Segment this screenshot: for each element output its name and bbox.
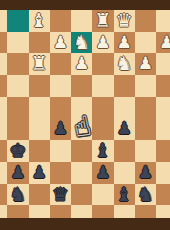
square[interactable] [50, 205, 71, 218]
last-move-highlight-square[interactable]: ♞ [71, 32, 92, 54]
square[interactable]: ♟ [156, 32, 170, 54]
square[interactable] [0, 162, 7, 184]
square[interactable] [7, 32, 28, 54]
black-pawn[interactable]: ♟ [114, 118, 135, 140]
square[interactable] [7, 75, 28, 97]
chess-app-window: ♝♜♛♟♞♟♟♟♜♟♞♟♟♟♟♟♚♝♟♟♟♟♟♟♞♛♝♞♟ ☝ [0, 0, 170, 230]
square[interactable] [0, 97, 7, 119]
black-pawn[interactable]: ♟ [135, 162, 156, 184]
white-pawn[interactable]: ♟ [156, 32, 170, 54]
square[interactable] [50, 97, 71, 119]
white-bishop[interactable]: ♝ [29, 10, 50, 32]
square[interactable]: ♟ [156, 184, 170, 206]
square[interactable]: ♝ [114, 184, 135, 206]
square[interactable] [156, 118, 170, 140]
white-knight[interactable]: ♞ [71, 32, 92, 54]
square[interactable]: ♟ [135, 53, 156, 75]
square[interactable]: ♟ [114, 32, 135, 54]
black-pawn[interactable]: ♟ [29, 162, 50, 184]
square[interactable] [0, 75, 7, 97]
square[interactable]: ♛ [114, 10, 135, 32]
square[interactable] [50, 75, 71, 97]
white-pawn[interactable]: ♟ [114, 32, 135, 54]
black-knight[interactable]: ♞ [7, 184, 28, 206]
square[interactable]: ♞ [135, 184, 156, 206]
square[interactable] [114, 162, 135, 184]
black-king[interactable]: ♚ [7, 140, 28, 162]
white-pawn[interactable]: ♟ [50, 32, 71, 54]
white-rook[interactable]: ♜ [29, 53, 50, 75]
white-pawn[interactable]: ♟ [135, 53, 156, 75]
square[interactable] [71, 75, 92, 97]
square[interactable] [92, 118, 113, 140]
square[interactable] [50, 10, 71, 32]
square[interactable] [156, 53, 170, 75]
square[interactable]: ♟ [71, 53, 92, 75]
black-bishop[interactable]: ♝ [114, 184, 135, 206]
square[interactable]: ♟ [29, 162, 50, 184]
square[interactable] [135, 205, 156, 218]
square[interactable] [7, 97, 28, 119]
square[interactable]: ♟ [0, 118, 7, 140]
square[interactable] [92, 97, 113, 119]
square[interactable] [29, 32, 50, 54]
square[interactable] [50, 140, 71, 162]
square[interactable]: ♟ [135, 162, 156, 184]
square[interactable] [135, 75, 156, 97]
square[interactable] [71, 205, 92, 218]
square[interactable] [92, 205, 113, 218]
square[interactable]: ♝ [92, 140, 113, 162]
square[interactable] [92, 53, 113, 75]
square[interactable] [71, 162, 92, 184]
top-bar [0, 0, 170, 10]
square[interactable] [114, 97, 135, 119]
square[interactable] [156, 205, 170, 218]
square[interactable]: ♟ [0, 140, 7, 162]
square[interactable] [71, 140, 92, 162]
square[interactable]: ♟ [0, 184, 7, 206]
cut-off-piece: ♟ [169, 162, 170, 184]
white-rook[interactable]: ♜ [92, 10, 113, 32]
square[interactable] [135, 32, 156, 54]
square[interactable] [71, 10, 92, 32]
square[interactable]: ♟ [92, 32, 113, 54]
square[interactable] [29, 118, 50, 140]
cut-off-piece: ♟ [169, 184, 170, 206]
square[interactable]: ♜ [92, 10, 113, 32]
bottom-bar [0, 218, 170, 230]
square[interactable] [156, 140, 170, 162]
square[interactable]: ♟ [50, 118, 71, 140]
square[interactable]: ♟ [114, 118, 135, 140]
square[interactable] [92, 75, 113, 97]
square[interactable]: ♚ [7, 140, 28, 162]
black-bishop[interactable]: ♝ [92, 140, 113, 162]
square[interactable] [156, 75, 170, 97]
square[interactable] [0, 53, 7, 75]
square[interactable] [114, 140, 135, 162]
black-pawn[interactable]: ♟ [92, 162, 113, 184]
square[interactable] [7, 205, 28, 218]
square[interactable]: ♜ [29, 53, 50, 75]
square[interactable] [92, 184, 113, 206]
white-pawn[interactable]: ♟ [92, 32, 113, 54]
square[interactable] [50, 53, 71, 75]
square[interactable] [29, 75, 50, 97]
square[interactable]: ♟ [50, 32, 71, 54]
square[interactable] [29, 97, 50, 119]
square[interactable] [114, 75, 135, 97]
black-knight[interactable]: ♞ [135, 184, 156, 206]
square[interactable] [0, 10, 7, 32]
square[interactable] [156, 10, 170, 32]
black-queen[interactable]: ♛ [50, 184, 71, 206]
square[interactable]: ♞ [7, 184, 28, 206]
square[interactable]: ♞ [114, 53, 135, 75]
square[interactable] [71, 184, 92, 206]
last-move-highlight-square[interactable] [7, 10, 28, 32]
square[interactable] [29, 184, 50, 206]
square[interactable] [156, 97, 170, 119]
square[interactable]: ♛ [50, 184, 71, 206]
white-queen[interactable]: ♛ [114, 10, 135, 32]
square[interactable] [135, 97, 156, 119]
square[interactable] [29, 205, 50, 218]
square[interactable] [0, 32, 7, 54]
square[interactable] [135, 10, 156, 32]
square[interactable]: ♟ [92, 162, 113, 184]
square[interactable] [7, 53, 28, 75]
black-pawn[interactable]: ♟ [50, 118, 71, 140]
square[interactable] [50, 162, 71, 184]
black-pawn[interactable]: ♟ [7, 162, 28, 184]
square[interactable]: ♟ [7, 162, 28, 184]
square[interactable] [135, 118, 156, 140]
square[interactable] [135, 140, 156, 162]
square[interactable] [0, 205, 7, 218]
white-knight[interactable]: ♞ [114, 53, 135, 75]
square[interactable] [7, 118, 28, 140]
square[interactable]: ♟ [156, 162, 170, 184]
square[interactable] [29, 140, 50, 162]
square[interactable] [114, 205, 135, 218]
white-pawn[interactable]: ♟ [71, 53, 92, 75]
square[interactable]: ♝ [29, 10, 50, 32]
